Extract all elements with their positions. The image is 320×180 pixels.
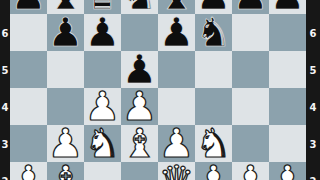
white-bishop-b2[interactable]: ♝ xyxy=(47,162,84,180)
white-pawn-f2[interactable]: ♟ xyxy=(195,162,232,180)
square-a2[interactable]: ♟ xyxy=(10,162,47,180)
square-c3[interactable]: ♞ xyxy=(84,125,121,162)
square-e2[interactable]: ♛ xyxy=(158,162,195,180)
square-b6[interactable]: ♟ xyxy=(47,14,84,51)
square-h5[interactable] xyxy=(269,51,306,88)
rank-label-5-left: 5 xyxy=(0,52,10,89)
square-a7[interactable]: ♟ xyxy=(10,0,47,14)
white-pawn-g2[interactable]: ♟ xyxy=(232,162,269,180)
square-d3[interactable]: ♝ xyxy=(121,125,158,162)
white-pawn-h2[interactable]: ♟ xyxy=(269,162,306,180)
black-pawn-e6[interactable]: ♟ xyxy=(158,14,195,51)
white-knight-c3[interactable]: ♞ xyxy=(84,125,121,162)
square-b2[interactable]: ♝ xyxy=(47,162,84,180)
black-pawn-c6[interactable]: ♟ xyxy=(84,14,121,51)
chess-board[interactable]: ♟♝♛♞♝♟♟♟♟♟♟♞♟♟♟♟♞♝♟♞♟♝♛♟♟♟ xyxy=(10,0,306,180)
black-knight-d7[interactable]: ♞ xyxy=(121,0,158,14)
square-g5[interactable] xyxy=(232,51,269,88)
square-a5[interactable] xyxy=(10,51,47,88)
square-f2[interactable]: ♟ xyxy=(195,162,232,180)
square-d2[interactable] xyxy=(121,162,158,180)
rank-label-7-left: 7 xyxy=(0,0,10,15)
square-c2[interactable] xyxy=(84,162,121,180)
square-c6[interactable]: ♟ xyxy=(84,14,121,51)
black-pawn-g7[interactable]: ♟ xyxy=(232,0,269,14)
white-bishop-d3[interactable]: ♝ xyxy=(121,125,158,162)
rank-label-6-left: 6 xyxy=(0,15,10,52)
board-frame-right: 765432 xyxy=(306,0,320,180)
board-frame-left: 765432 xyxy=(0,0,10,180)
rank-label-7-right: 7 xyxy=(306,0,320,15)
rank-label-5-right: 5 xyxy=(306,52,320,89)
white-pawn-a2[interactable]: ♟ xyxy=(10,162,47,180)
square-g7[interactable]: ♟ xyxy=(232,0,269,14)
square-d7[interactable]: ♞ xyxy=(121,0,158,14)
square-g2[interactable]: ♟ xyxy=(232,162,269,180)
rank-label-2-left: 2 xyxy=(0,163,10,180)
square-h4[interactable] xyxy=(269,88,306,125)
square-h7[interactable]: ♟ xyxy=(269,0,306,14)
rank-label-3-left: 3 xyxy=(0,126,10,163)
square-e6[interactable]: ♟ xyxy=(158,14,195,51)
square-a6[interactable] xyxy=(10,14,47,51)
square-f6[interactable]: ♞ xyxy=(195,14,232,51)
black-pawn-h7[interactable]: ♟ xyxy=(269,0,306,14)
square-f5[interactable] xyxy=(195,51,232,88)
square-h2[interactable]: ♟ xyxy=(269,162,306,180)
square-g6[interactable] xyxy=(232,14,269,51)
square-b5[interactable] xyxy=(47,51,84,88)
rank-label-4-right: 4 xyxy=(306,89,320,126)
rank-label-4-left: 4 xyxy=(0,89,10,126)
chess-board-viewport: ♟♝♛♞♝♟♟♟♟♟♟♞♟♟♟♟♞♝♟♞♟♝♛♟♟♟ 765432 765432 xyxy=(0,0,320,180)
square-e5[interactable] xyxy=(158,51,195,88)
square-g4[interactable] xyxy=(232,88,269,125)
black-pawn-b6[interactable]: ♟ xyxy=(47,14,84,51)
rank-label-6-right: 6 xyxy=(306,15,320,52)
black-pawn-a7[interactable]: ♟ xyxy=(10,0,47,14)
square-a4[interactable] xyxy=(10,88,47,125)
square-h6[interactable] xyxy=(269,14,306,51)
white-queen-e2[interactable]: ♛ xyxy=(158,162,195,180)
rank-label-2-right: 2 xyxy=(306,163,320,180)
rank-label-3-right: 3 xyxy=(306,126,320,163)
black-knight-f6[interactable]: ♞ xyxy=(195,14,232,51)
